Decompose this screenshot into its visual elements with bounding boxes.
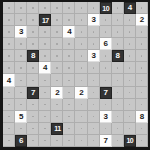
empty-cell[interactable] bbox=[15, 62, 27, 74]
empty-cell[interactable] bbox=[75, 26, 87, 38]
empty-cell[interactable] bbox=[27, 99, 39, 111]
empty-cell[interactable] bbox=[100, 123, 112, 135]
empty-cell[interactable] bbox=[75, 135, 87, 147]
empty-cell[interactable] bbox=[136, 87, 148, 99]
empty-cell[interactable] bbox=[112, 62, 124, 74]
empty-cell[interactable] bbox=[88, 87, 100, 99]
empty-cell[interactable] bbox=[112, 38, 124, 50]
white-clue-cell[interactable]: 6 bbox=[100, 38, 112, 50]
empty-cell[interactable] bbox=[51, 62, 63, 74]
empty-cell[interactable] bbox=[15, 38, 27, 50]
empty-cell[interactable] bbox=[3, 135, 15, 147]
empty-cell[interactable] bbox=[124, 62, 136, 74]
empty-cell[interactable] bbox=[39, 74, 51, 86]
white-clue-cell[interactable]: 4 bbox=[3, 74, 15, 86]
white-clue-cell[interactable]: 4 bbox=[39, 62, 51, 74]
empty-cell[interactable] bbox=[100, 14, 112, 26]
empty-cell[interactable] bbox=[88, 123, 100, 135]
empty-cell[interactable] bbox=[112, 74, 124, 86]
empty-cell[interactable] bbox=[112, 135, 124, 147]
black-clue-cell[interactable]: 8 bbox=[27, 50, 39, 62]
black-clue-cell[interactable]: 17 bbox=[39, 14, 51, 26]
white-clue-cell[interactable]: 8 bbox=[136, 111, 148, 123]
empty-cell[interactable] bbox=[136, 135, 148, 147]
empty-cell[interactable] bbox=[3, 50, 15, 62]
empty-cell[interactable] bbox=[39, 50, 51, 62]
empty-cell[interactable] bbox=[75, 2, 87, 14]
empty-cell[interactable] bbox=[51, 111, 63, 123]
empty-cell[interactable] bbox=[63, 87, 75, 99]
empty-cell[interactable] bbox=[3, 62, 15, 74]
empty-cell[interactable] bbox=[100, 99, 112, 111]
empty-cell[interactable] bbox=[124, 50, 136, 62]
empty-cell[interactable] bbox=[112, 87, 124, 99]
empty-cell[interactable] bbox=[27, 2, 39, 14]
empty-cell[interactable] bbox=[136, 38, 148, 50]
empty-cell[interactable] bbox=[63, 38, 75, 50]
empty-cell[interactable] bbox=[39, 26, 51, 38]
empty-cell[interactable] bbox=[3, 99, 15, 111]
empty-cell[interactable] bbox=[15, 99, 27, 111]
empty-cell[interactable] bbox=[63, 135, 75, 147]
empty-cell[interactable] bbox=[100, 50, 112, 62]
empty-cell[interactable] bbox=[39, 99, 51, 111]
empty-cell[interactable] bbox=[136, 123, 148, 135]
empty-cell[interactable] bbox=[51, 14, 63, 26]
empty-cell[interactable] bbox=[63, 14, 75, 26]
empty-cell[interactable] bbox=[124, 111, 136, 123]
empty-cell[interactable] bbox=[136, 99, 148, 111]
empty-cell[interactable] bbox=[27, 74, 39, 86]
empty-cell[interactable] bbox=[100, 74, 112, 86]
empty-cell[interactable] bbox=[27, 62, 39, 74]
empty-cell[interactable] bbox=[51, 74, 63, 86]
empty-cell[interactable] bbox=[75, 123, 87, 135]
empty-cell[interactable] bbox=[39, 111, 51, 123]
empty-cell[interactable] bbox=[88, 111, 100, 123]
empty-cell[interactable] bbox=[112, 111, 124, 123]
empty-cell[interactable] bbox=[112, 26, 124, 38]
empty-cell[interactable] bbox=[3, 87, 15, 99]
empty-cell[interactable] bbox=[63, 74, 75, 86]
white-clue-cell[interactable]: 2 bbox=[51, 87, 63, 99]
empty-cell[interactable] bbox=[75, 111, 87, 123]
empty-cell[interactable] bbox=[63, 62, 75, 74]
empty-cell[interactable] bbox=[100, 26, 112, 38]
empty-cell[interactable] bbox=[39, 87, 51, 99]
empty-cell[interactable] bbox=[3, 123, 15, 135]
black-clue-cell[interactable]: 7 bbox=[100, 87, 112, 99]
empty-cell[interactable] bbox=[75, 14, 87, 26]
empty-cell[interactable] bbox=[75, 62, 87, 74]
empty-cell[interactable] bbox=[51, 38, 63, 50]
empty-cell[interactable] bbox=[124, 38, 136, 50]
empty-cell[interactable] bbox=[124, 99, 136, 111]
black-clue-cell[interactable]: 4 bbox=[124, 2, 136, 14]
empty-cell[interactable] bbox=[112, 99, 124, 111]
empty-cell[interactable] bbox=[124, 74, 136, 86]
empty-cell[interactable] bbox=[75, 74, 87, 86]
puzzle-board: 1041732346838447227538116710 bbox=[0, 0, 150, 150]
empty-cell[interactable] bbox=[112, 2, 124, 14]
empty-cell[interactable] bbox=[63, 111, 75, 123]
empty-cell[interactable] bbox=[27, 123, 39, 135]
empty-cell[interactable] bbox=[3, 111, 15, 123]
empty-cell[interactable] bbox=[136, 2, 148, 14]
empty-cell[interactable] bbox=[136, 50, 148, 62]
white-clue-cell[interactable]: 3 bbox=[100, 111, 112, 123]
white-clue-cell[interactable]: 5 bbox=[15, 111, 27, 123]
white-clue-cell[interactable]: 4 bbox=[63, 26, 75, 38]
empty-cell[interactable] bbox=[136, 74, 148, 86]
empty-cell[interactable] bbox=[27, 135, 39, 147]
black-clue-cell[interactable]: 7 bbox=[27, 87, 39, 99]
empty-cell[interactable] bbox=[88, 74, 100, 86]
empty-cell[interactable] bbox=[15, 87, 27, 99]
white-clue-cell[interactable]: 7 bbox=[100, 135, 112, 147]
empty-cell[interactable] bbox=[27, 111, 39, 123]
empty-cell[interactable] bbox=[112, 14, 124, 26]
empty-cell[interactable] bbox=[63, 123, 75, 135]
empty-cell[interactable] bbox=[63, 99, 75, 111]
empty-cell[interactable] bbox=[15, 50, 27, 62]
black-clue-cell[interactable]: 8 bbox=[112, 50, 124, 62]
empty-cell[interactable] bbox=[27, 14, 39, 26]
empty-cell[interactable] bbox=[88, 99, 100, 111]
empty-cell[interactable] bbox=[15, 74, 27, 86]
empty-cell[interactable] bbox=[88, 38, 100, 50]
empty-cell[interactable] bbox=[39, 135, 51, 147]
empty-cell[interactable] bbox=[51, 50, 63, 62]
white-clue-cell[interactable]: 3 bbox=[15, 26, 27, 38]
empty-cell[interactable] bbox=[88, 62, 100, 74]
empty-cell[interactable] bbox=[3, 38, 15, 50]
empty-cell[interactable] bbox=[63, 50, 75, 62]
empty-cell[interactable] bbox=[51, 26, 63, 38]
empty-cell[interactable] bbox=[51, 2, 63, 14]
empty-cell[interactable] bbox=[39, 38, 51, 50]
empty-cell[interactable] bbox=[27, 26, 39, 38]
empty-cell[interactable] bbox=[124, 123, 136, 135]
empty-cell[interactable] bbox=[124, 87, 136, 99]
black-clue-cell[interactable]: 11 bbox=[51, 123, 63, 135]
empty-cell[interactable] bbox=[136, 26, 148, 38]
white-clue-cell[interactable]: 2 bbox=[136, 14, 148, 26]
white-clue-cell[interactable]: 3 bbox=[88, 14, 100, 26]
empty-cell[interactable] bbox=[124, 14, 136, 26]
empty-cell[interactable] bbox=[112, 123, 124, 135]
black-clue-cell[interactable]: 10 bbox=[124, 135, 136, 147]
white-clue-cell[interactable]: 3 bbox=[88, 50, 100, 62]
empty-cell[interactable] bbox=[15, 123, 27, 135]
empty-cell[interactable] bbox=[3, 26, 15, 38]
empty-cell[interactable] bbox=[88, 2, 100, 14]
empty-cell[interactable] bbox=[100, 62, 112, 74]
empty-cell[interactable] bbox=[15, 2, 27, 14]
empty-cell[interactable] bbox=[88, 135, 100, 147]
empty-cell[interactable] bbox=[75, 38, 87, 50]
empty-cell[interactable] bbox=[51, 135, 63, 147]
empty-cell[interactable] bbox=[88, 26, 100, 38]
black-clue-cell[interactable]: 10 bbox=[100, 2, 112, 14]
empty-cell[interactable] bbox=[39, 123, 51, 135]
black-clue-cell[interactable]: 6 bbox=[15, 135, 27, 147]
empty-cell[interactable] bbox=[63, 2, 75, 14]
empty-cell[interactable] bbox=[124, 26, 136, 38]
empty-cell[interactable] bbox=[51, 99, 63, 111]
empty-cell[interactable] bbox=[75, 50, 87, 62]
empty-cell[interactable] bbox=[3, 2, 15, 14]
empty-cell[interactable] bbox=[3, 14, 15, 26]
empty-cell[interactable] bbox=[27, 38, 39, 50]
empty-cell[interactable] bbox=[136, 62, 148, 74]
empty-cell[interactable] bbox=[75, 99, 87, 111]
empty-cell[interactable] bbox=[15, 14, 27, 26]
empty-cell[interactable] bbox=[39, 2, 51, 14]
white-clue-cell[interactable]: 2 bbox=[75, 87, 87, 99]
